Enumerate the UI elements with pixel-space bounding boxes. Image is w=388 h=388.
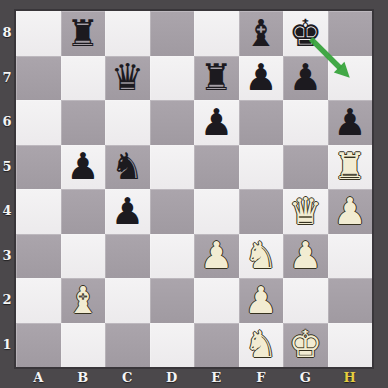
- square-h4[interactable]: ♟: [328, 189, 373, 234]
- square-c1[interactable]: [105, 323, 150, 368]
- square-b2[interactable]: ♝: [61, 278, 106, 323]
- square-f7[interactable]: ♟: [239, 56, 284, 101]
- square-h8[interactable]: [328, 11, 373, 56]
- rank-label-1: 1: [0, 323, 14, 368]
- square-e3[interactable]: ♟: [194, 234, 239, 279]
- square-f1[interactable]: ♞: [239, 323, 284, 368]
- file-label-f: F: [239, 369, 284, 386]
- square-e7[interactable]: ♜: [194, 56, 239, 101]
- square-b7[interactable]: [61, 56, 106, 101]
- chess-board-frame: 87654321 ♜♝♚♛♜♟♟♟♟♟♞♜♟♛♟♟♞♟♝♟♞♚ ABCDEFGH: [0, 0, 388, 388]
- square-b1[interactable]: [61, 323, 106, 368]
- piece-black-queen-c7[interactable]: ♛: [105, 56, 150, 101]
- piece-black-rook-b8[interactable]: ♜: [61, 11, 106, 56]
- rank-label-2: 2: [0, 278, 14, 323]
- chess-board: ♜♝♚♛♜♟♟♟♟♟♞♜♟♛♟♟♞♟♝♟♞♚: [14, 9, 374, 369]
- square-d8[interactable]: [150, 11, 195, 56]
- square-h5[interactable]: ♜: [328, 145, 373, 190]
- square-c6[interactable]: [105, 100, 150, 145]
- square-e8[interactable]: [194, 11, 239, 56]
- square-c2[interactable]: [105, 278, 150, 323]
- square-c4[interactable]: ♟: [105, 189, 150, 234]
- piece-white-pawn-h4[interactable]: ♟: [328, 189, 373, 234]
- piece-black-bishop-f8[interactable]: ♝: [239, 11, 284, 56]
- square-g6[interactable]: [283, 100, 328, 145]
- square-g5[interactable]: [283, 145, 328, 190]
- square-b6[interactable]: [61, 100, 106, 145]
- square-d5[interactable]: [150, 145, 195, 190]
- square-f6[interactable]: [239, 100, 284, 145]
- square-e5[interactable]: [194, 145, 239, 190]
- square-e6[interactable]: ♟: [194, 100, 239, 145]
- rank-label-5: 5: [0, 145, 14, 190]
- file-label-a: A: [16, 369, 61, 386]
- square-b8[interactable]: ♜: [61, 11, 106, 56]
- square-e2[interactable]: [194, 278, 239, 323]
- piece-black-knight-c5[interactable]: ♞: [105, 145, 150, 190]
- square-g1[interactable]: ♚: [283, 323, 328, 368]
- piece-white-pawn-f2[interactable]: ♟: [239, 278, 284, 323]
- file-label-h: H: [328, 369, 373, 386]
- square-a1[interactable]: [16, 323, 61, 368]
- piece-white-bishop-b2[interactable]: ♝: [61, 278, 106, 323]
- file-label-d: D: [150, 369, 195, 386]
- rank-label-6: 6: [0, 100, 14, 145]
- square-g8[interactable]: ♚: [283, 11, 328, 56]
- square-a7[interactable]: [16, 56, 61, 101]
- rank-label-8: 8: [0, 11, 14, 56]
- piece-black-king-g8[interactable]: ♚: [283, 11, 328, 56]
- piece-white-rook-h5[interactable]: ♜: [328, 145, 373, 190]
- square-g4[interactable]: ♛: [283, 189, 328, 234]
- square-d4[interactable]: [150, 189, 195, 234]
- square-g3[interactable]: ♟: [283, 234, 328, 279]
- square-f3[interactable]: ♞: [239, 234, 284, 279]
- piece-black-pawn-f7[interactable]: ♟: [239, 56, 284, 101]
- rank-label-3: 3: [0, 234, 14, 279]
- square-h1[interactable]: [328, 323, 373, 368]
- square-f4[interactable]: [239, 189, 284, 234]
- square-b3[interactable]: [61, 234, 106, 279]
- piece-white-knight-f1[interactable]: ♞: [239, 323, 284, 368]
- rank-label-4: 4: [0, 189, 14, 234]
- square-a8[interactable]: [16, 11, 61, 56]
- square-f8[interactable]: ♝: [239, 11, 284, 56]
- file-label-g: G: [283, 369, 328, 386]
- square-e1[interactable]: [194, 323, 239, 368]
- square-d2[interactable]: [150, 278, 195, 323]
- square-b4[interactable]: [61, 189, 106, 234]
- square-d6[interactable]: [150, 100, 195, 145]
- square-g7[interactable]: ♟: [283, 56, 328, 101]
- file-label-c: C: [105, 369, 150, 386]
- square-h2[interactable]: [328, 278, 373, 323]
- square-f2[interactable]: ♟: [239, 278, 284, 323]
- piece-white-queen-g4[interactable]: ♛: [283, 189, 328, 234]
- square-a2[interactable]: [16, 278, 61, 323]
- piece-black-pawn-g7[interactable]: ♟: [283, 56, 328, 101]
- rank-label-7: 7: [0, 56, 14, 101]
- square-c7[interactable]: ♛: [105, 56, 150, 101]
- square-h6[interactable]: ♟: [328, 100, 373, 145]
- square-b5[interactable]: ♟: [61, 145, 106, 190]
- square-d3[interactable]: [150, 234, 195, 279]
- square-a5[interactable]: [16, 145, 61, 190]
- piece-white-knight-f3[interactable]: ♞: [239, 234, 284, 279]
- file-label-b: B: [61, 369, 106, 386]
- piece-black-pawn-h6[interactable]: ♟: [328, 100, 373, 145]
- square-h3[interactable]: [328, 234, 373, 279]
- square-a3[interactable]: [16, 234, 61, 279]
- piece-black-pawn-b5[interactable]: ♟: [61, 145, 106, 190]
- square-d1[interactable]: [150, 323, 195, 368]
- piece-black-rook-e7[interactable]: ♜: [194, 56, 239, 101]
- file-label-e: E: [194, 369, 239, 386]
- piece-white-pawn-e3[interactable]: ♟: [194, 234, 239, 279]
- rank-labels-gutter: 87654321: [0, 11, 14, 367]
- square-c3[interactable]: [105, 234, 150, 279]
- square-d7[interactable]: [150, 56, 195, 101]
- square-a6[interactable]: [16, 100, 61, 145]
- square-h7[interactable]: [328, 56, 373, 101]
- square-a4[interactable]: [16, 189, 61, 234]
- square-c8[interactable]: [105, 11, 150, 56]
- square-e4[interactable]: [194, 189, 239, 234]
- square-f5[interactable]: [239, 145, 284, 190]
- square-c5[interactable]: ♞: [105, 145, 150, 190]
- square-g2[interactable]: [283, 278, 328, 323]
- piece-white-king-g1[interactable]: ♚: [283, 323, 328, 368]
- piece-black-pawn-e6[interactable]: ♟: [194, 100, 239, 145]
- file-labels-row: ABCDEFGH: [16, 369, 372, 386]
- piece-white-pawn-g3[interactable]: ♟: [283, 234, 328, 279]
- piece-black-pawn-c4[interactable]: ♟: [105, 189, 150, 234]
